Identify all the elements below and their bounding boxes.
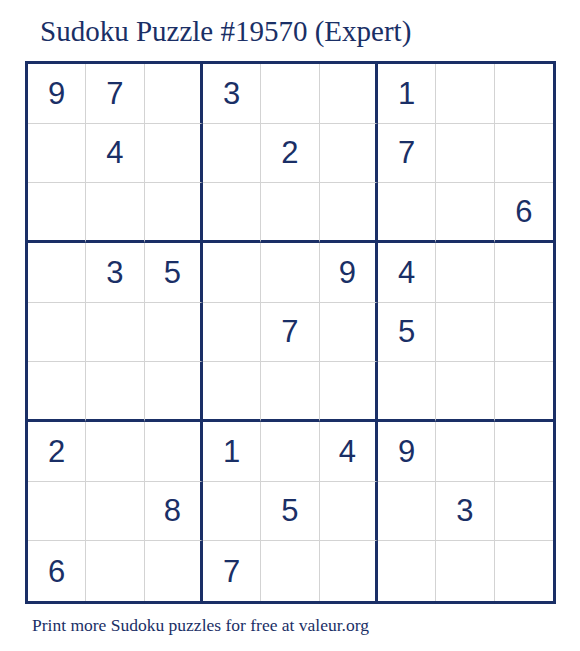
cell-r2c6[interactable]	[320, 124, 378, 184]
cell-r7c9[interactable]	[495, 422, 553, 482]
cell-r8c5[interactable]: 5	[261, 482, 319, 542]
cell-r5c5[interactable]: 7	[261, 303, 319, 363]
cell-r9c5[interactable]	[261, 541, 319, 601]
cell-r2c8[interactable]	[436, 124, 494, 184]
cell-r3c8[interactable]	[436, 183, 494, 243]
cell-r8c1[interactable]	[28, 482, 86, 542]
cell-r1c8[interactable]	[436, 64, 494, 124]
cell-r6c2[interactable]	[86, 362, 144, 422]
footer-text: Print more Sudoku puzzles for free at va…	[32, 615, 369, 636]
cell-r2c5[interactable]: 2	[261, 124, 319, 184]
cell-r9c3[interactable]	[145, 541, 203, 601]
cell-r9c6[interactable]	[320, 541, 378, 601]
sudoku-page: Sudoku Puzzle #19570 (Expert) 9731427635…	[0, 0, 580, 651]
cell-r1c9[interactable]	[495, 64, 553, 124]
cell-r6c8[interactable]	[436, 362, 494, 422]
cell-r2c9[interactable]	[495, 124, 553, 184]
cell-r4c4[interactable]	[203, 243, 261, 303]
cell-r1c4[interactable]: 3	[203, 64, 261, 124]
cell-r8c4[interactable]	[203, 482, 261, 542]
cell-r5c1[interactable]	[28, 303, 86, 363]
sudoku-grid: 97314276359475214985367	[25, 61, 556, 604]
cell-r9c1[interactable]: 6	[28, 541, 86, 601]
cell-r2c7[interactable]: 7	[378, 124, 436, 184]
cell-r4c8[interactable]	[436, 243, 494, 303]
cell-r8c7[interactable]	[378, 482, 436, 542]
cell-r4c1[interactable]	[28, 243, 86, 303]
cell-r5c9[interactable]	[495, 303, 553, 363]
cell-r8c3[interactable]: 8	[145, 482, 203, 542]
cell-r5c7[interactable]: 5	[378, 303, 436, 363]
cell-r1c7[interactable]: 1	[378, 64, 436, 124]
cell-r2c3[interactable]	[145, 124, 203, 184]
cell-r8c8[interactable]: 3	[436, 482, 494, 542]
cell-r4c7[interactable]: 4	[378, 243, 436, 303]
cell-r3c1[interactable]	[28, 183, 86, 243]
cell-r5c4[interactable]	[203, 303, 261, 363]
cell-r7c1[interactable]: 2	[28, 422, 86, 482]
cell-r6c3[interactable]	[145, 362, 203, 422]
cell-r7c4[interactable]: 1	[203, 422, 261, 482]
cell-r4c6[interactable]: 9	[320, 243, 378, 303]
cell-r9c7[interactable]	[378, 541, 436, 601]
cell-r8c6[interactable]	[320, 482, 378, 542]
cell-r2c1[interactable]	[28, 124, 86, 184]
cell-r3c6[interactable]	[320, 183, 378, 243]
cell-r5c8[interactable]	[436, 303, 494, 363]
cell-r3c7[interactable]	[378, 183, 436, 243]
cell-r6c9[interactable]	[495, 362, 553, 422]
cell-r3c3[interactable]	[145, 183, 203, 243]
cell-r6c6[interactable]	[320, 362, 378, 422]
cell-r3c2[interactable]	[86, 183, 144, 243]
cell-r7c3[interactable]	[145, 422, 203, 482]
cell-r4c3[interactable]: 5	[145, 243, 203, 303]
cell-r4c2[interactable]: 3	[86, 243, 144, 303]
cell-r5c6[interactable]	[320, 303, 378, 363]
page-title: Sudoku Puzzle #19570 (Expert)	[40, 14, 411, 48]
cell-r7c6[interactable]: 4	[320, 422, 378, 482]
cell-r9c2[interactable]	[86, 541, 144, 601]
cell-r7c2[interactable]	[86, 422, 144, 482]
cell-r5c2[interactable]	[86, 303, 144, 363]
cell-r4c5[interactable]	[261, 243, 319, 303]
cell-r6c4[interactable]	[203, 362, 261, 422]
cell-r9c8[interactable]	[436, 541, 494, 601]
cell-r5c3[interactable]	[145, 303, 203, 363]
cell-r2c2[interactable]: 4	[86, 124, 144, 184]
cell-r1c5[interactable]	[261, 64, 319, 124]
cell-r1c6[interactable]	[320, 64, 378, 124]
cell-r9c4[interactable]: 7	[203, 541, 261, 601]
cell-r8c9[interactable]	[495, 482, 553, 542]
cell-r8c2[interactable]	[86, 482, 144, 542]
cell-r7c5[interactable]	[261, 422, 319, 482]
cell-r6c7[interactable]	[378, 362, 436, 422]
cell-r6c5[interactable]	[261, 362, 319, 422]
cell-r7c8[interactable]	[436, 422, 494, 482]
cell-r6c1[interactable]	[28, 362, 86, 422]
cell-r1c3[interactable]	[145, 64, 203, 124]
cell-r9c9[interactable]	[495, 541, 553, 601]
cell-r4c9[interactable]	[495, 243, 553, 303]
cell-r1c1[interactable]: 9	[28, 64, 86, 124]
cell-r3c5[interactable]	[261, 183, 319, 243]
cell-r3c9[interactable]: 6	[495, 183, 553, 243]
cell-r2c4[interactable]	[203, 124, 261, 184]
cell-r7c7[interactable]: 9	[378, 422, 436, 482]
cell-r1c2[interactable]: 7	[86, 64, 144, 124]
cell-r3c4[interactable]	[203, 183, 261, 243]
